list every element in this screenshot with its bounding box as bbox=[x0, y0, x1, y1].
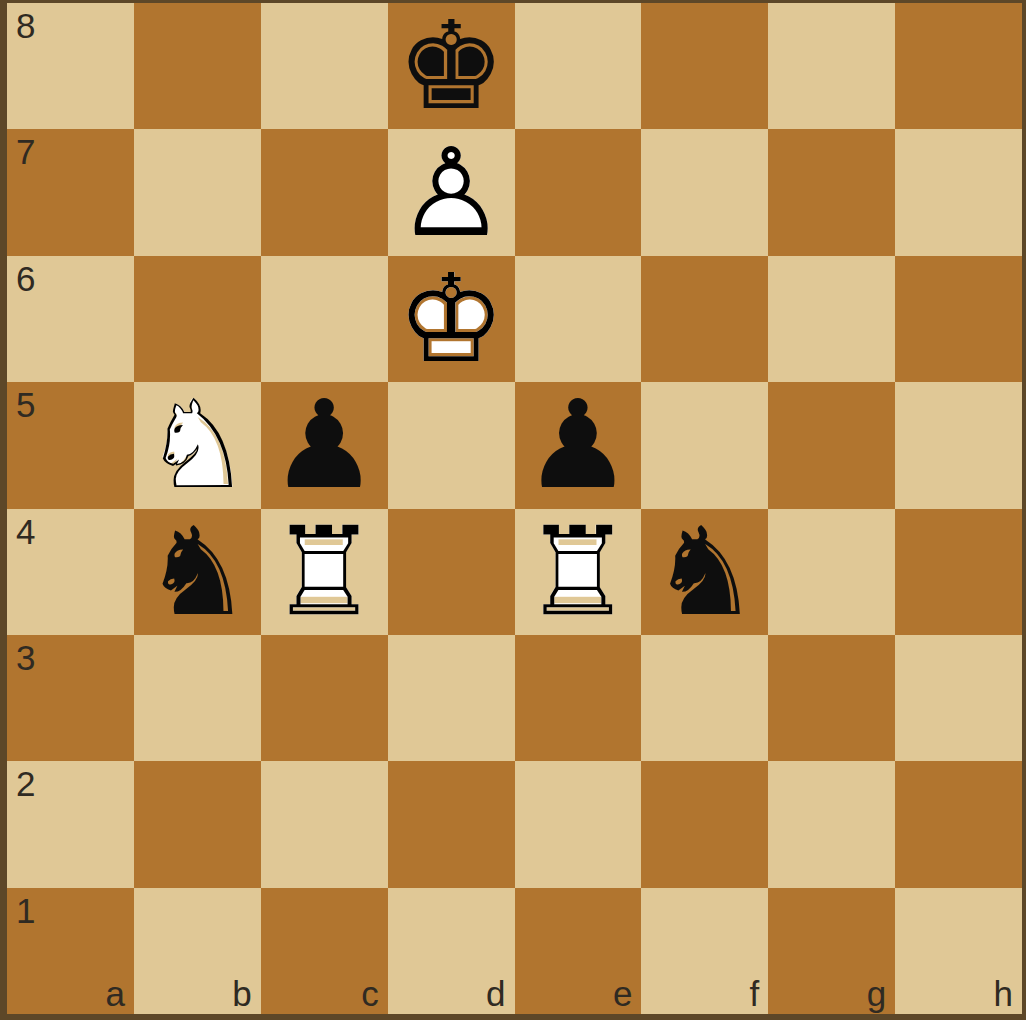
square-a2[interactable]: 2 bbox=[7, 761, 134, 887]
square-g4[interactable] bbox=[768, 509, 895, 635]
knight-icon: ♞ bbox=[134, 509, 261, 635]
black-king-d8[interactable]: ♚ bbox=[388, 3, 515, 129]
rook-outline-icon: ♖ bbox=[261, 509, 388, 635]
square-d2[interactable] bbox=[388, 761, 515, 887]
square-a3[interactable]: 3 bbox=[7, 635, 134, 761]
white-king-d6[interactable]: ♚♔ bbox=[388, 256, 515, 382]
square-g7[interactable] bbox=[768, 129, 895, 255]
square-c3[interactable] bbox=[261, 635, 388, 761]
rank-label-5: 5 bbox=[16, 387, 35, 422]
square-c8[interactable] bbox=[261, 3, 388, 129]
square-c6[interactable] bbox=[261, 256, 388, 382]
rank-label-3: 3 bbox=[16, 640, 35, 675]
rank-label-7: 7 bbox=[16, 134, 35, 169]
black-knight-f4[interactable]: ♞ bbox=[641, 509, 768, 635]
file-label-f: f bbox=[750, 976, 760, 1011]
square-f7[interactable] bbox=[641, 129, 768, 255]
square-c1[interactable]: c bbox=[261, 888, 388, 1014]
square-c4[interactable]: ♜♖ bbox=[261, 509, 388, 635]
square-e3[interactable] bbox=[515, 635, 642, 761]
square-f6[interactable] bbox=[641, 256, 768, 382]
square-e6[interactable] bbox=[515, 256, 642, 382]
square-b1[interactable]: b bbox=[134, 888, 261, 1014]
white-rook-c4[interactable]: ♜♖ bbox=[261, 509, 388, 635]
square-a4[interactable]: 4 bbox=[7, 509, 134, 635]
square-b3[interactable] bbox=[134, 635, 261, 761]
square-f3[interactable] bbox=[641, 635, 768, 761]
square-e8[interactable] bbox=[515, 3, 642, 129]
white-knight-b5[interactable]: ♞♘ bbox=[134, 382, 261, 508]
square-d1[interactable]: d bbox=[388, 888, 515, 1014]
pawn-icon: ♟ bbox=[261, 382, 388, 508]
square-f4[interactable]: ♞ bbox=[641, 509, 768, 635]
square-c7[interactable] bbox=[261, 129, 388, 255]
chess-board-frame: 8♚7♟♙6♚♔5♞♘♟♟4♞♜♖♜♖♞321abcdefgh bbox=[0, 0, 1026, 1020]
square-d5[interactable] bbox=[388, 382, 515, 508]
square-e7[interactable] bbox=[515, 129, 642, 255]
knight-outline-icon: ♘ bbox=[134, 382, 261, 508]
square-g6[interactable] bbox=[768, 256, 895, 382]
square-h2[interactable] bbox=[895, 761, 1022, 887]
square-b5[interactable]: ♞♘ bbox=[134, 382, 261, 508]
chess-board: 8♚7♟♙6♚♔5♞♘♟♟4♞♜♖♜♖♞321abcdefgh bbox=[7, 3, 1022, 1014]
square-b6[interactable] bbox=[134, 256, 261, 382]
file-label-d: d bbox=[486, 976, 505, 1011]
file-label-c: c bbox=[361, 976, 379, 1011]
square-c2[interactable] bbox=[261, 761, 388, 887]
square-e2[interactable] bbox=[515, 761, 642, 887]
square-h8[interactable] bbox=[895, 3, 1022, 129]
square-e4[interactable]: ♜♖ bbox=[515, 509, 642, 635]
black-knight-b4[interactable]: ♞ bbox=[134, 509, 261, 635]
file-label-g: g bbox=[867, 976, 886, 1011]
square-b4[interactable]: ♞ bbox=[134, 509, 261, 635]
square-g1[interactable]: g bbox=[768, 888, 895, 1014]
knight-icon: ♞ bbox=[641, 509, 768, 635]
rank-label-1: 1 bbox=[16, 893, 35, 928]
file-label-a: a bbox=[105, 976, 124, 1011]
square-d3[interactable] bbox=[388, 635, 515, 761]
square-g3[interactable] bbox=[768, 635, 895, 761]
square-a8[interactable]: 8 bbox=[7, 3, 134, 129]
square-g2[interactable] bbox=[768, 761, 895, 887]
rank-label-2: 2 bbox=[16, 766, 35, 801]
square-b7[interactable] bbox=[134, 129, 261, 255]
file-label-e: e bbox=[613, 976, 632, 1011]
king-icon: ♚ bbox=[388, 3, 515, 129]
rank-label-8: 8 bbox=[16, 8, 35, 43]
rank-label-6: 6 bbox=[16, 261, 35, 296]
white-pawn-d7[interactable]: ♟♙ bbox=[388, 129, 515, 255]
square-h5[interactable] bbox=[895, 382, 1022, 508]
square-d8[interactable]: ♚ bbox=[388, 3, 515, 129]
pawn-outline-icon: ♙ bbox=[388, 129, 515, 255]
square-g8[interactable] bbox=[768, 3, 895, 129]
square-h4[interactable] bbox=[895, 509, 1022, 635]
square-a1[interactable]: 1a bbox=[7, 888, 134, 1014]
rank-label-4: 4 bbox=[16, 514, 35, 549]
square-h7[interactable] bbox=[895, 129, 1022, 255]
square-a7[interactable]: 7 bbox=[7, 129, 134, 255]
black-pawn-e5[interactable]: ♟ bbox=[515, 382, 642, 508]
square-e5[interactable]: ♟ bbox=[515, 382, 642, 508]
square-f2[interactable] bbox=[641, 761, 768, 887]
square-f1[interactable]: f bbox=[641, 888, 768, 1014]
square-d7[interactable]: ♟♙ bbox=[388, 129, 515, 255]
square-b2[interactable] bbox=[134, 761, 261, 887]
square-h1[interactable]: h bbox=[895, 888, 1022, 1014]
square-a6[interactable]: 6 bbox=[7, 256, 134, 382]
square-d6[interactable]: ♚♔ bbox=[388, 256, 515, 382]
square-h3[interactable] bbox=[895, 635, 1022, 761]
black-pawn-c5[interactable]: ♟ bbox=[261, 382, 388, 508]
square-d4[interactable] bbox=[388, 509, 515, 635]
square-b8[interactable] bbox=[134, 3, 261, 129]
file-label-b: b bbox=[232, 976, 251, 1011]
king-outline-icon: ♔ bbox=[388, 256, 515, 382]
square-e1[interactable]: e bbox=[515, 888, 642, 1014]
white-rook-e4[interactable]: ♜♖ bbox=[515, 509, 642, 635]
pawn-icon: ♟ bbox=[515, 382, 642, 508]
square-h6[interactable] bbox=[895, 256, 1022, 382]
rook-outline-icon: ♖ bbox=[515, 509, 642, 635]
file-label-h: h bbox=[994, 976, 1013, 1011]
square-g5[interactable] bbox=[768, 382, 895, 508]
square-f8[interactable] bbox=[641, 3, 768, 129]
square-a5[interactable]: 5 bbox=[7, 382, 134, 508]
square-c5[interactable]: ♟ bbox=[261, 382, 388, 508]
square-f5[interactable] bbox=[641, 382, 768, 508]
